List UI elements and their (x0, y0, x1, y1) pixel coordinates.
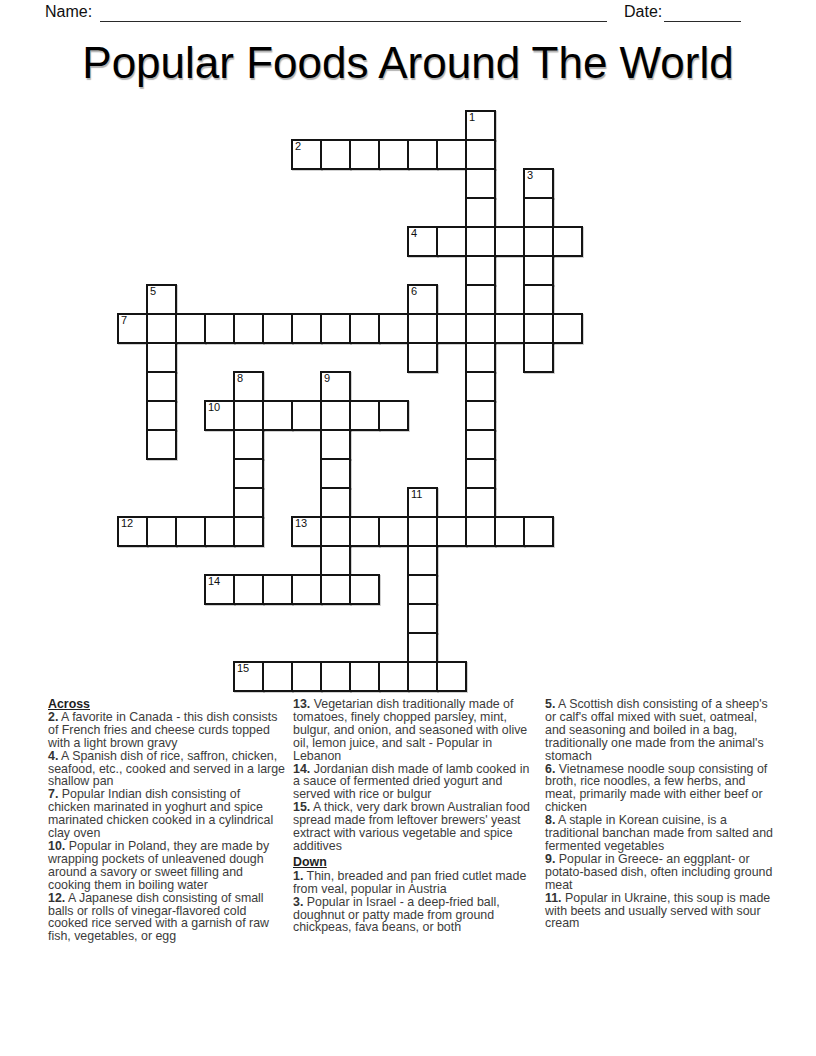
clue-column-3: 5. A Scottish dish consisting of a sheep… (545, 698, 777, 943)
grid-cell[interactable] (262, 661, 293, 692)
grid-cell[interactable] (494, 226, 525, 257)
grid-cell[interactable] (407, 632, 438, 663)
grid-cell[interactable] (378, 661, 409, 692)
clue-text: A Spanish dish of rice, saffron, chicken… (48, 749, 285, 789)
grid-cell[interactable] (146, 400, 177, 431)
clue-text: Popular in Poland, they are made by wrap… (48, 839, 269, 892)
name-label: Name: (45, 3, 92, 21)
grid-cell[interactable] (465, 168, 496, 199)
grid-cell[interactable] (378, 400, 409, 431)
grid-cell[interactable] (552, 226, 583, 257)
grid-cell[interactable] (523, 342, 554, 373)
grid-cell[interactable] (523, 197, 554, 228)
grid-cell[interactable] (465, 313, 496, 344)
grid-cell[interactable] (320, 139, 351, 170)
clue-number: 14. (293, 762, 310, 776)
grid-cell[interactable] (349, 400, 380, 431)
grid-cell[interactable] (407, 139, 438, 170)
grid-cell[interactable] (523, 284, 554, 315)
crossword-grid: 123456789101112131415 (117, 110, 583, 692)
grid-cell[interactable] (320, 429, 351, 460)
clue-across-2: 2. A favorite in Canada - this dish cons… (48, 711, 285, 750)
grid-cell[interactable] (320, 458, 351, 489)
grid-cell[interactable] (407, 661, 438, 692)
grid-cell[interactable] (291, 574, 322, 605)
grid-clue-number: 1 (469, 112, 475, 123)
grid-cell[interactable] (146, 342, 177, 373)
grid-cell[interactable] (349, 516, 380, 547)
grid-clue-number: 2 (295, 141, 301, 152)
clue-number: 1. (293, 869, 303, 883)
clue-text: Popular Indian dish consisting of chicke… (48, 787, 273, 840)
grid-cell[interactable] (233, 313, 264, 344)
grid-cell[interactable] (436, 516, 467, 547)
grid-clue-number: 7 (121, 315, 127, 326)
clue-number: 8. (545, 813, 555, 827)
grid-cell[interactable] (523, 255, 554, 286)
grid-cell[interactable] (320, 661, 351, 692)
grid-cell[interactable] (233, 516, 264, 547)
clue-across-4: 4. A Spanish dish of rice, saffron, chic… (48, 750, 285, 789)
clue-number: 6. (545, 762, 555, 776)
grid-cell[interactable] (494, 516, 525, 547)
grid-cell[interactable] (523, 313, 554, 344)
grid-cell[interactable] (233, 487, 264, 518)
grid-cell[interactable] (349, 139, 380, 170)
grid-clue-number: 11 (411, 489, 422, 500)
grid-cell[interactable] (291, 313, 322, 344)
grid-clue-number: 6 (411, 286, 417, 297)
grid-cell[interactable] (378, 516, 409, 547)
clue-across-15: 15. A thick, very dark brown Australian … (293, 801, 537, 853)
grid-cell[interactable] (465, 284, 496, 315)
grid-cell[interactable] (378, 313, 409, 344)
clue-text: Vegetarian dish traditionally made of to… (293, 697, 527, 763)
grid-cell[interactable] (465, 226, 496, 257)
grid-clue-number: 14 (208, 576, 220, 587)
grid-cell[interactable] (233, 429, 264, 460)
grid-clue-number: 13 (295, 518, 307, 529)
grid-cell[interactable] (146, 313, 177, 344)
grid-cell[interactable] (175, 313, 206, 344)
grid-cell[interactable] (436, 226, 467, 257)
grid-cell[interactable] (146, 516, 177, 547)
clue-list: Across 2. A favorite in Canada - this di… (48, 698, 777, 943)
clue-down-5: 5. A Scottish dish consisting of a sheep… (545, 698, 777, 763)
clue-number: 2. (48, 710, 58, 724)
grid-cell[interactable] (349, 574, 380, 605)
clue-down-9: 9. Popular in Greece- an eggplant- or po… (545, 853, 777, 892)
grid-cell[interactable] (233, 458, 264, 489)
grid-cell[interactable] (291, 400, 322, 431)
grid-clue-number: 3 (527, 170, 533, 181)
clue-number: 5. (545, 697, 555, 711)
grid-cell[interactable] (465, 197, 496, 228)
clue-text: A Japanese dish consisting of small ball… (48, 891, 269, 944)
page-title: Popular Foods Around The World (0, 41, 816, 85)
clue-text: A Scottish dish consisting of a sheep's … (545, 697, 768, 763)
grid-cell[interactable] (378, 139, 409, 170)
clue-down-6: 6. Vietnamese noodle soup consisting of … (545, 763, 777, 815)
grid-cell[interactable] (204, 313, 235, 344)
grid-clue-number: 9 (324, 373, 330, 384)
clue-text: A staple in Korean cuisine, is a traditi… (545, 813, 773, 853)
grid-clue-number: 12 (121, 518, 133, 529)
grid-cell[interactable] (175, 516, 206, 547)
grid-cell[interactable] (465, 487, 496, 518)
grid-clue-number: 10 (208, 402, 220, 413)
grid-cell[interactable] (436, 139, 467, 170)
clue-across-10: 10. Popular in Poland, they are made by … (48, 840, 285, 892)
grid-cell[interactable] (320, 574, 351, 605)
clue-number: 11. (545, 891, 562, 905)
clue-text: Vietnamese noodle soup consisting of bro… (545, 762, 767, 815)
grid-cell[interactable] (407, 545, 438, 576)
clue-column-1: Across 2. A favorite in Canada - this di… (48, 698, 285, 943)
clue-text: A thick, very dark brown Australian food… (293, 800, 530, 853)
clue-column-2: 13. Vegetarian dish traditionally made o… (293, 698, 537, 943)
clue-text: Jordanian dish made of lamb cooked in a … (293, 762, 529, 802)
grid-cell[interactable] (146, 429, 177, 460)
down-heading: Down (293, 856, 537, 869)
clue-number: 10. (48, 839, 65, 853)
clue-across-7: 7. Popular Indian dish consisting of chi… (48, 788, 285, 840)
grid-cell[interactable] (436, 661, 467, 692)
grid-cell[interactable] (204, 516, 235, 547)
clue-text: Popular in Israel - a deep-fried ball, d… (293, 895, 500, 935)
grid-cell[interactable] (320, 545, 351, 576)
grid-cell[interactable] (465, 516, 496, 547)
grid-cell[interactable] (465, 371, 496, 402)
grid-clue-number: 8 (237, 373, 243, 384)
clue-across-12: 12. A Japanese dish consisting of small … (48, 892, 285, 944)
clue-number: 9. (545, 852, 555, 866)
grid-cell[interactable] (465, 139, 496, 170)
grid-cell[interactable] (262, 313, 293, 344)
clue-number: 12. (48, 891, 65, 905)
grid-cell[interactable] (465, 255, 496, 286)
grid-cell[interactable] (262, 574, 293, 605)
clue-across-13: 13. Vegetarian dish traditionally made o… (293, 698, 537, 763)
grid-cell[interactable] (320, 313, 351, 344)
clue-number: 3. (293, 895, 303, 909)
grid-cell[interactable] (465, 400, 496, 431)
clue-number: 13. (293, 697, 310, 711)
grid-cell[interactable] (407, 342, 438, 373)
grid-cell[interactable] (146, 371, 177, 402)
grid-cell[interactable] (349, 313, 380, 344)
grid-cell[interactable] (349, 661, 380, 692)
grid-cell[interactable] (320, 400, 351, 431)
grid-cell[interactable] (233, 400, 264, 431)
clue-text: Popular in Ukraine, this soup is made wi… (545, 891, 770, 931)
grid-cell[interactable] (233, 574, 264, 605)
grid-cell[interactable] (523, 516, 554, 547)
clue-down-11: 11. Popular in Ukraine, this soup is mad… (545, 892, 777, 931)
grid-cell[interactable] (320, 516, 351, 547)
grid-clue-number: 15 (237, 663, 249, 674)
clue-down-3: 3. Popular in Israel - a deep-fried ball… (293, 896, 537, 935)
grid-cell[interactable] (494, 313, 525, 344)
grid-cell[interactable] (436, 313, 467, 344)
date-label: Date: (624, 3, 662, 21)
date-fill-line[interactable] (664, 2, 741, 22)
grid-cell[interactable] (465, 429, 496, 460)
clue-down-1: 1. Thin, breaded and pan fried cutlet ma… (293, 870, 537, 896)
grid-cell[interactable] (262, 400, 293, 431)
clue-text: Popular in Greece- an eggplant- or potat… (545, 852, 772, 892)
grid-cell[interactable] (407, 603, 438, 634)
grid-cell[interactable] (320, 487, 351, 518)
grid-cell[interactable] (523, 226, 554, 257)
clue-number: 7. (48, 787, 58, 801)
clue-number: 15. (293, 800, 310, 814)
name-fill-line[interactable] (100, 2, 607, 22)
grid-cell[interactable] (407, 516, 438, 547)
grid-cell[interactable] (407, 313, 438, 344)
grid-cell[interactable] (291, 661, 322, 692)
grid-cell[interactable] (552, 313, 583, 344)
clue-text: A favorite in Canada - this dish consist… (48, 710, 277, 750)
grid-clue-number: 4 (411, 228, 417, 239)
grid-cell[interactable] (465, 458, 496, 489)
clue-text: Thin, breaded and pan fried cutlet made … (293, 869, 526, 896)
clue-number: 4. (48, 749, 58, 763)
clue-across-14: 14. Jordanian dish made of lamb cooked i… (293, 763, 537, 802)
grid-cell[interactable] (407, 574, 438, 605)
grid-cell[interactable] (465, 342, 496, 373)
clue-down-8: 8. A staple in Korean cuisine, is a trad… (545, 814, 777, 853)
grid-clue-number: 5 (150, 286, 156, 297)
